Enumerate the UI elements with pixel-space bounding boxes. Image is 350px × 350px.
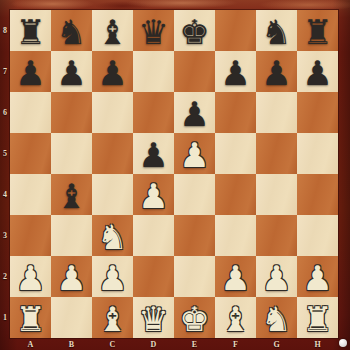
- square-g6[interactable]: [256, 92, 297, 133]
- square-g7[interactable]: ♟: [256, 51, 297, 92]
- black-pawn-piece[interactable]: ♟: [302, 56, 332, 90]
- white-pawn-piece[interactable]: ♟: [220, 261, 250, 295]
- square-e8[interactable]: ♚: [174, 10, 215, 51]
- white-pawn-piece[interactable]: ♟: [261, 261, 291, 295]
- rank-label-2: 2: [0, 256, 10, 297]
- white-bishop-piece[interactable]: ♝: [220, 302, 250, 336]
- black-knight-piece[interactable]: ♞: [261, 15, 291, 49]
- square-e5[interactable]: ♟: [174, 133, 215, 174]
- white-pawn-piece[interactable]: ♟: [302, 261, 332, 295]
- square-g1[interactable]: ♞: [256, 297, 297, 338]
- file-label-A: A: [10, 338, 51, 350]
- square-d8[interactable]: ♛: [133, 10, 174, 51]
- square-b7[interactable]: ♟: [51, 51, 92, 92]
- square-a6[interactable]: [10, 92, 51, 133]
- square-e7[interactable]: [174, 51, 215, 92]
- file-label-C: C: [92, 338, 133, 350]
- square-g4[interactable]: [256, 174, 297, 215]
- square-e3[interactable]: [174, 215, 215, 256]
- square-h6[interactable]: [297, 92, 338, 133]
- square-f8[interactable]: [215, 10, 256, 51]
- square-d4[interactable]: ♟: [133, 174, 174, 215]
- file-label-B: B: [51, 338, 92, 350]
- square-h8[interactable]: ♜: [297, 10, 338, 51]
- black-knight-piece[interactable]: ♞: [56, 15, 86, 49]
- square-h1[interactable]: ♜: [297, 297, 338, 338]
- black-king-piece[interactable]: ♚: [179, 15, 209, 49]
- square-c5[interactable]: [92, 133, 133, 174]
- black-rook-piece[interactable]: ♜: [15, 15, 45, 49]
- square-a3[interactable]: [10, 215, 51, 256]
- rank-label-4: 4: [0, 174, 10, 215]
- white-king-piece[interactable]: ♚: [179, 302, 209, 336]
- square-b4[interactable]: ♝: [51, 174, 92, 215]
- square-b1[interactable]: [51, 297, 92, 338]
- square-c7[interactable]: ♟: [92, 51, 133, 92]
- square-f2[interactable]: ♟: [215, 256, 256, 297]
- square-d3[interactable]: [133, 215, 174, 256]
- square-d1[interactable]: ♛: [133, 297, 174, 338]
- square-c6[interactable]: [92, 92, 133, 133]
- square-h5[interactable]: [297, 133, 338, 174]
- rank-label-1: 1: [0, 297, 10, 338]
- square-d2[interactable]: [133, 256, 174, 297]
- square-c4[interactable]: [92, 174, 133, 215]
- black-pawn-piece[interactable]: ♟: [138, 138, 168, 172]
- file-label-G: G: [256, 338, 297, 350]
- square-c3[interactable]: ♞: [92, 215, 133, 256]
- square-b3[interactable]: [51, 215, 92, 256]
- square-b6[interactable]: [51, 92, 92, 133]
- white-pawn-piece[interactable]: ♟: [97, 261, 127, 295]
- square-h3[interactable]: [297, 215, 338, 256]
- file-label-D: D: [133, 338, 174, 350]
- file-label-E: E: [174, 338, 215, 350]
- square-e1[interactable]: ♚: [174, 297, 215, 338]
- square-f1[interactable]: ♝: [215, 297, 256, 338]
- square-h4[interactable]: [297, 174, 338, 215]
- rank-label-5: 5: [0, 133, 10, 174]
- rank-label-3: 3: [0, 215, 10, 256]
- white-pawn-piece[interactable]: ♟: [56, 261, 86, 295]
- square-a8[interactable]: ♜: [10, 10, 51, 51]
- black-pawn-piece[interactable]: ♟: [56, 56, 86, 90]
- black-pawn-piece[interactable]: ♟: [15, 56, 45, 90]
- square-d5[interactable]: ♟: [133, 133, 174, 174]
- black-queen-piece[interactable]: ♛: [138, 15, 168, 49]
- white-rook-piece[interactable]: ♜: [15, 302, 45, 336]
- square-h7[interactable]: ♟: [297, 51, 338, 92]
- square-b2[interactable]: ♟: [51, 256, 92, 297]
- square-f5[interactable]: [215, 133, 256, 174]
- square-f4[interactable]: [215, 174, 256, 215]
- white-queen-piece[interactable]: ♛: [138, 302, 168, 336]
- square-e2[interactable]: [174, 256, 215, 297]
- rank-label-7: 7: [0, 51, 10, 92]
- square-c1[interactable]: ♝: [92, 297, 133, 338]
- square-e6[interactable]: ♟: [174, 92, 215, 133]
- white-knight-piece[interactable]: ♞: [97, 220, 127, 254]
- square-e4[interactable]: [174, 174, 215, 215]
- white-bishop-piece[interactable]: ♝: [97, 302, 127, 336]
- white-knight-piece[interactable]: ♞: [261, 302, 291, 336]
- square-a7[interactable]: ♟: [10, 51, 51, 92]
- square-c2[interactable]: ♟: [92, 256, 133, 297]
- square-d7[interactable]: [133, 51, 174, 92]
- square-a4[interactable]: [10, 174, 51, 215]
- black-pawn-piece[interactable]: ♟: [261, 56, 291, 90]
- black-bishop-piece[interactable]: ♝: [56, 179, 86, 213]
- square-g8[interactable]: ♞: [256, 10, 297, 51]
- black-rook-piece[interactable]: ♜: [302, 15, 332, 49]
- square-g5[interactable]: [256, 133, 297, 174]
- square-b5[interactable]: [51, 133, 92, 174]
- white-pawn-piece[interactable]: ♟: [138, 179, 168, 213]
- black-pawn-piece[interactable]: ♟: [220, 56, 250, 90]
- square-a2[interactable]: ♟: [10, 256, 51, 297]
- square-f6[interactable]: [215, 92, 256, 133]
- square-a5[interactable]: [10, 133, 51, 174]
- rank-label-6: 6: [0, 92, 10, 133]
- rank-label-8: 8: [0, 10, 10, 51]
- white-pawn-piece[interactable]: ♟: [15, 261, 45, 295]
- chess-diagram: ♜♞♝♛♚♞♜♟♟♟♟♟♟♟♟♟♝♟♞♟♟♟♟♟♟♜♝♛♚♝♞♜ 8765432…: [0, 0, 350, 350]
- black-bishop-piece[interactable]: ♝: [97, 15, 127, 49]
- square-d6[interactable]: [133, 92, 174, 133]
- square-b8[interactable]: ♞: [51, 10, 92, 51]
- chess-board: ♜♞♝♛♚♞♜♟♟♟♟♟♟♟♟♟♝♟♞♟♟♟♟♟♟♜♝♛♚♝♞♜: [10, 10, 338, 338]
- file-label-F: F: [215, 338, 256, 350]
- square-g3[interactable]: [256, 215, 297, 256]
- white-rook-piece[interactable]: ♜: [302, 302, 332, 336]
- square-f7[interactable]: ♟: [215, 51, 256, 92]
- square-c8[interactable]: ♝: [92, 10, 133, 51]
- black-pawn-piece[interactable]: ♟: [97, 56, 127, 90]
- square-a1[interactable]: ♜: [10, 297, 51, 338]
- square-f3[interactable]: [215, 215, 256, 256]
- square-g2[interactable]: ♟: [256, 256, 297, 297]
- black-pawn-piece[interactable]: ♟: [179, 97, 209, 131]
- square-h2[interactable]: ♟: [297, 256, 338, 297]
- white-pawn-piece[interactable]: ♟: [179, 138, 209, 172]
- white-to-move-indicator-dot: [339, 339, 347, 347]
- file-label-H: H: [297, 338, 338, 350]
